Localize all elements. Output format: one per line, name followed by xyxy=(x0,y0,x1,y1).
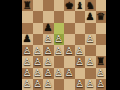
square-f1[interactable]: ♙ xyxy=(75,79,86,90)
chess-board: ♜♚♝♞♟♛♟♟♙♙♙♙♙♙♙♙♙♙♙♙♙♙♜♙♙♙♙♙♙♙♙♙♙♙♙ xyxy=(22,0,106,90)
square-b7[interactable] xyxy=(33,11,44,22)
square-a1[interactable]: ♙ xyxy=(22,79,33,90)
white-pawn: ♙ xyxy=(44,56,53,66)
square-d7[interactable] xyxy=(54,11,65,22)
white-pawn: ♙ xyxy=(86,56,95,66)
square-d8[interactable] xyxy=(54,0,65,11)
square-h6[interactable] xyxy=(96,23,107,34)
white-pawn: ♙ xyxy=(44,79,53,89)
video-frame: ♜♚♝♞♟♛♟♟♙♙♙♙♙♙♙♙♙♙♙♙♙♙♜♙♙♙♙♙♙♙♙♙♙♙♙ xyxy=(0,0,120,90)
square-h5[interactable] xyxy=(96,34,107,45)
white-pawn: ♙ xyxy=(23,79,32,89)
white-pawn: ♙ xyxy=(86,34,95,44)
square-f7[interactable] xyxy=(75,11,86,22)
letterbox-left xyxy=(0,0,22,90)
white-pawn: ♙ xyxy=(54,45,63,55)
square-g3[interactable]: ♙ xyxy=(85,56,96,67)
square-b1[interactable]: ♙ xyxy=(33,79,44,90)
square-h7[interactable]: ♛ xyxy=(96,11,107,22)
square-e2[interactable]: ♙ xyxy=(64,68,75,79)
square-e4[interactable]: ♙ xyxy=(64,45,75,56)
letterbox-right xyxy=(106,0,120,90)
white-pawn: ♙ xyxy=(54,68,63,78)
white-pawn: ♙ xyxy=(23,45,32,55)
square-a8[interactable]: ♜ xyxy=(22,0,33,11)
square-f6[interactable] xyxy=(75,23,86,34)
square-e1[interactable] xyxy=(64,79,75,90)
square-e8[interactable]: ♚ xyxy=(64,0,75,11)
white-pawn: ♙ xyxy=(65,45,74,55)
square-e6[interactable] xyxy=(64,23,75,34)
white-pawn: ♙ xyxy=(23,56,32,66)
white-pawn: ♙ xyxy=(75,79,84,89)
square-g7[interactable]: ♟ xyxy=(85,11,96,22)
square-b6[interactable] xyxy=(33,23,44,34)
square-c8[interactable] xyxy=(43,0,54,11)
square-e7[interactable] xyxy=(64,11,75,22)
black-pawn: ♟ xyxy=(86,11,95,21)
white-pawn: ♙ xyxy=(75,45,84,55)
black-rook: ♜ xyxy=(96,56,105,66)
white-pawn: ♙ xyxy=(96,79,105,89)
white-pawn: ♙ xyxy=(86,79,95,89)
white-pawn: ♙ xyxy=(33,79,42,89)
white-pawn: ♙ xyxy=(33,68,42,78)
black-rook: ♜ xyxy=(23,0,32,10)
square-f8[interactable]: ♝ xyxy=(75,0,86,11)
white-pawn: ♙ xyxy=(44,45,53,55)
black-knight: ♞ xyxy=(86,0,95,10)
square-d1[interactable] xyxy=(54,79,65,90)
white-pawn: ♙ xyxy=(44,34,53,44)
square-g1[interactable]: ♙ xyxy=(85,79,96,90)
white-pawn: ♙ xyxy=(44,68,53,78)
black-bishop: ♝ xyxy=(75,0,84,10)
square-g5[interactable]: ♙ xyxy=(85,34,96,45)
white-pawn: ♙ xyxy=(33,56,42,66)
black-queen: ♛ xyxy=(96,11,105,21)
white-pawn: ♙ xyxy=(54,34,63,44)
square-a7[interactable] xyxy=(22,11,33,22)
black-pawn: ♟ xyxy=(44,23,53,33)
square-d4[interactable]: ♙ xyxy=(54,45,65,56)
black-king: ♚ xyxy=(65,0,74,10)
square-d2[interactable]: ♙ xyxy=(54,68,65,79)
white-pawn: ♙ xyxy=(96,68,105,78)
square-f3[interactable]: ♙ xyxy=(75,56,86,67)
white-pawn: ♙ xyxy=(75,56,84,66)
square-b8[interactable] xyxy=(33,0,44,11)
white-pawn: ♙ xyxy=(23,68,32,78)
white-pawn: ♙ xyxy=(33,45,42,55)
black-pawn: ♟ xyxy=(23,34,32,44)
square-c1[interactable]: ♙ xyxy=(43,79,54,90)
white-pawn: ♙ xyxy=(65,68,74,78)
square-h1[interactable]: ♙ xyxy=(96,79,107,90)
